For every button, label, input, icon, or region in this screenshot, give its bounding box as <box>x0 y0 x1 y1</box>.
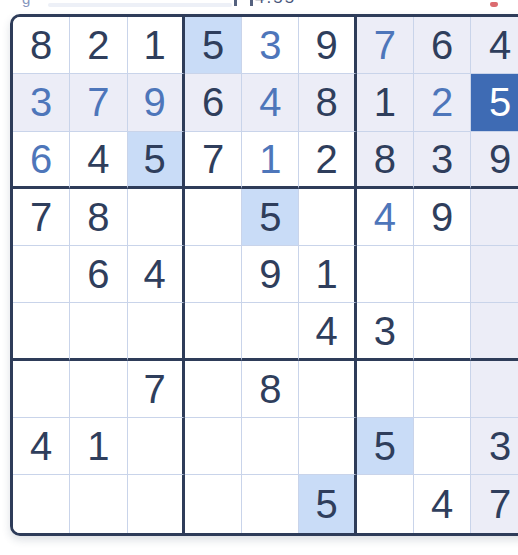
cell-r4c9[interactable] <box>471 189 518 246</box>
cell-r2c4[interactable]: 6 <box>185 74 242 131</box>
cell-r3c7[interactable]: 8 <box>357 132 414 189</box>
cell-r8c9[interactable]: 3 <box>471 418 518 475</box>
cell-r8c7[interactable]: 5 <box>357 418 414 475</box>
cell-r1c2[interactable]: 2 <box>70 17 127 74</box>
cell-r2c3[interactable]: 9 <box>128 74 185 131</box>
cell-r6c4[interactable] <box>185 303 242 360</box>
cell-r9c4[interactable] <box>185 475 242 532</box>
cell-r6c2[interactable] <box>70 303 127 360</box>
cell-r6c9[interactable] <box>471 303 518 360</box>
cell-r8c6[interactable] <box>299 418 356 475</box>
cell-r3c1[interactable]: 6 <box>13 132 70 189</box>
cell-r8c1[interactable]: 4 <box>13 418 70 475</box>
cell-r3c5[interactable]: 1 <box>242 132 299 189</box>
clipped-text-fragment-left: g <box>22 0 44 13</box>
cell-r5c1[interactable] <box>13 246 70 303</box>
cell-r9c1[interactable] <box>13 475 70 532</box>
cell-r6c8[interactable] <box>414 303 471 360</box>
cell-r1c5[interactable]: 3 <box>242 17 299 74</box>
clipped-timer-text: 4:55 <box>255 0 296 8</box>
cell-r1c9[interactable]: 4 <box>471 17 518 74</box>
sudoku-board: 8215397643796481256457128397854964914378… <box>10 14 518 536</box>
cell-r5c4[interactable] <box>185 246 242 303</box>
clipped-red-icon-fragment <box>490 2 498 7</box>
cell-r6c3[interactable] <box>128 303 185 360</box>
cell-r2c6[interactable]: 8 <box>299 74 356 131</box>
cell-r3c4[interactable]: 7 <box>185 132 242 189</box>
cell-r5c9[interactable] <box>471 246 518 303</box>
cell-r2c5[interactable]: 4 <box>242 74 299 131</box>
cell-r5c2[interactable]: 6 <box>70 246 127 303</box>
cell-r9c2[interactable] <box>70 475 127 532</box>
cell-r9c5[interactable] <box>242 475 299 532</box>
cell-r5c5[interactable]: 9 <box>242 246 299 303</box>
clipped-toolbar: g 4:55 <box>0 0 518 13</box>
cell-r6c7[interactable]: 3 <box>357 303 414 360</box>
cell-r1c7[interactable]: 7 <box>357 17 414 74</box>
cell-r7c8[interactable] <box>414 361 471 418</box>
cell-r3c3[interactable]: 5 <box>128 132 185 189</box>
cell-r7c2[interactable] <box>70 361 127 418</box>
cell-r5c3[interactable]: 4 <box>128 246 185 303</box>
cell-r6c6[interactable]: 4 <box>299 303 356 360</box>
cell-r6c1[interactable] <box>13 303 70 360</box>
cell-r7c4[interactable] <box>185 361 242 418</box>
cell-r5c7[interactable] <box>357 246 414 303</box>
cell-r4c6[interactable] <box>299 189 356 246</box>
cell-r7c7[interactable] <box>357 361 414 418</box>
cell-r3c9[interactable]: 9 <box>471 132 518 189</box>
cell-r6c5[interactable] <box>242 303 299 360</box>
sudoku-app: { "game": "sudoku", "position": { "rows"… <box>0 0 518 555</box>
cell-r9c9[interactable]: 7 <box>471 475 518 532</box>
cell-r4c4[interactable] <box>185 189 242 246</box>
cell-r7c3[interactable]: 7 <box>128 361 185 418</box>
cell-r8c8[interactable] <box>414 418 471 475</box>
cell-r7c9[interactable] <box>471 361 518 418</box>
cell-r4c8[interactable]: 9 <box>414 189 471 246</box>
clipped-toolbar-icon <box>234 0 253 6</box>
cell-r8c5[interactable] <box>242 418 299 475</box>
cell-r9c8[interactable]: 4 <box>414 475 471 532</box>
cell-r4c1[interactable]: 7 <box>13 189 70 246</box>
clipped-letter: g <box>22 0 30 7</box>
cell-r2c1[interactable]: 3 <box>13 74 70 131</box>
cell-r7c1[interactable] <box>13 361 70 418</box>
cell-r1c1[interactable]: 8 <box>13 17 70 74</box>
cell-r7c6[interactable] <box>299 361 356 418</box>
cell-r8c4[interactable] <box>185 418 242 475</box>
cell-r3c2[interactable]: 4 <box>70 132 127 189</box>
sudoku-grid: 8215397643796481256457128397854964914378… <box>13 17 518 533</box>
toolbar-text-smudge <box>48 3 232 7</box>
cell-r3c6[interactable]: 2 <box>299 132 356 189</box>
cell-r2c2[interactable]: 7 <box>70 74 127 131</box>
cell-r5c8[interactable] <box>414 246 471 303</box>
clipped-timer-fragment: 4:55 <box>255 0 310 11</box>
cell-r4c7[interactable]: 4 <box>357 189 414 246</box>
cell-r3c8[interactable]: 3 <box>414 132 471 189</box>
cell-r7c5[interactable]: 8 <box>242 361 299 418</box>
cell-r9c6[interactable]: 5 <box>299 475 356 532</box>
cell-r4c5[interactable]: 5 <box>242 189 299 246</box>
cell-r1c8[interactable]: 6 <box>414 17 471 74</box>
cell-r2c7[interactable]: 1 <box>357 74 414 131</box>
cell-r1c3[interactable]: 1 <box>128 17 185 74</box>
cell-r9c3[interactable] <box>128 475 185 532</box>
cell-r8c2[interactable]: 1 <box>70 418 127 475</box>
cell-r4c2[interactable]: 8 <box>70 189 127 246</box>
cell-r8c3[interactable] <box>128 418 185 475</box>
cell-r2c9[interactable]: 5 <box>471 74 518 131</box>
cell-r5c6[interactable]: 1 <box>299 246 356 303</box>
cell-r1c6[interactable]: 9 <box>299 17 356 74</box>
cell-r4c3[interactable] <box>128 189 185 246</box>
cell-r9c7[interactable] <box>357 475 414 532</box>
cell-r1c4[interactable]: 5 <box>185 17 242 74</box>
cell-r2c8[interactable]: 2 <box>414 74 471 131</box>
